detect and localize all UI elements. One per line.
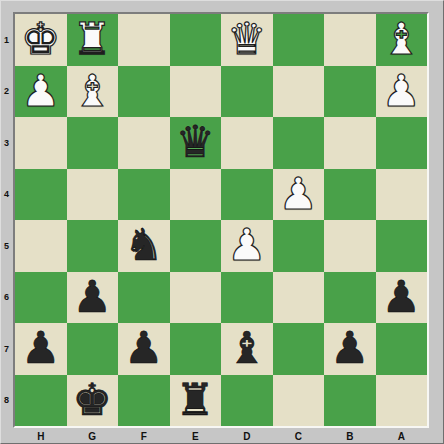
piece-black-bishop-d7[interactable]: ♝ [227,323,266,374]
square-b1[interactable] [324,14,376,66]
piece-white-pawn-a2[interactable]: ♟ [382,66,421,117]
square-h7[interactable]: ♟ [15,323,67,375]
square-e2[interactable] [170,66,222,118]
square-h6[interactable] [15,272,67,324]
rank-label-7: 7 [0,323,13,375]
square-h4[interactable] [15,169,67,221]
square-g3[interactable] [67,117,119,169]
square-f1[interactable] [118,14,170,66]
square-d2[interactable] [221,66,273,118]
square-e6[interactable] [170,272,222,324]
square-e3[interactable]: ♛ [170,117,222,169]
square-a8[interactable] [376,375,428,427]
square-h3[interactable] [15,117,67,169]
piece-black-rook-e8[interactable]: ♜ [176,375,215,426]
square-g1[interactable]: ♜ [67,14,119,66]
square-c7[interactable] [273,323,325,375]
piece-white-bishop-a1[interactable]: ♝ [382,14,421,65]
rank-label-6: 6 [0,272,13,324]
rank-label-8: 8 [0,375,13,427]
piece-black-pawn-f7[interactable]: ♟ [124,323,163,374]
square-d4[interactable] [221,169,273,221]
square-f6[interactable] [118,272,170,324]
square-a7[interactable] [376,323,428,375]
square-h8[interactable] [15,375,67,427]
piece-white-pawn-c4[interactable]: ♟ [279,169,318,220]
board-bevel: ♚♜♛♝♟♝♟♛♟♞♟♟♟♟♟♝♟♚♜ [13,12,429,428]
square-b6[interactable] [324,272,376,324]
square-b5[interactable] [324,220,376,272]
piece-black-pawn-h7[interactable]: ♟ [21,323,60,374]
square-h1[interactable]: ♚ [15,14,67,66]
file-label-a: A [376,429,428,444]
square-a2[interactable]: ♟ [376,66,428,118]
rank-label-1: 1 [0,14,13,66]
square-a4[interactable] [376,169,428,221]
square-c3[interactable] [273,117,325,169]
square-f7[interactable]: ♟ [118,323,170,375]
square-c8[interactable] [273,375,325,427]
square-a6[interactable]: ♟ [376,272,428,324]
piece-white-queen-d1[interactable]: ♛ [227,14,266,65]
rank-label-3: 3 [0,117,13,169]
square-d5[interactable]: ♟ [221,220,273,272]
square-d1[interactable]: ♛ [221,14,273,66]
piece-black-king-g8[interactable]: ♚ [73,375,112,426]
square-g5[interactable] [67,220,119,272]
square-b2[interactable] [324,66,376,118]
square-f3[interactable] [118,117,170,169]
square-g8[interactable]: ♚ [67,375,119,427]
square-b8[interactable] [324,375,376,427]
square-h2[interactable]: ♟ [15,66,67,118]
file-label-c: C [273,429,325,444]
square-f4[interactable] [118,169,170,221]
square-c5[interactable] [273,220,325,272]
piece-black-pawn-b7[interactable]: ♟ [330,323,369,374]
piece-black-pawn-g6[interactable]: ♟ [73,272,112,323]
rank-label-4: 4 [0,169,13,221]
square-c6[interactable] [273,272,325,324]
file-label-e: E [170,429,222,444]
square-e1[interactable] [170,14,222,66]
chess-diagram: 12345678 ♚♜♛♝♟♝♟♛♟♞♟♟♟♟♟♝♟♚♜ HGFEDCBA [0,0,444,444]
file-label-b: B [324,429,376,444]
square-e8[interactable]: ♜ [170,375,222,427]
file-labels: HGFEDCBA [15,429,427,444]
piece-white-bishop-g2[interactable]: ♝ [73,66,112,117]
square-b3[interactable] [324,117,376,169]
file-label-g: G [67,429,119,444]
square-c1[interactable] [273,14,325,66]
piece-white-pawn-h2[interactable]: ♟ [21,66,60,117]
chess-board: ♚♜♛♝♟♝♟♛♟♞♟♟♟♟♟♝♟♚♜ [15,14,427,426]
square-g2[interactable]: ♝ [67,66,119,118]
square-d7[interactable]: ♝ [221,323,273,375]
square-f8[interactable] [118,375,170,427]
square-b7[interactable]: ♟ [324,323,376,375]
square-a3[interactable] [376,117,428,169]
square-h5[interactable] [15,220,67,272]
piece-white-king-h1[interactable]: ♚ [21,14,60,65]
piece-white-pawn-d5[interactable]: ♟ [227,220,266,271]
file-label-d: D [221,429,273,444]
square-f5[interactable]: ♞ [118,220,170,272]
rank-label-2: 2 [0,66,13,118]
square-e4[interactable] [170,169,222,221]
square-b4[interactable] [324,169,376,221]
square-g7[interactable] [67,323,119,375]
square-d8[interactable] [221,375,273,427]
square-c4[interactable]: ♟ [273,169,325,221]
file-label-f: F [118,429,170,444]
square-c2[interactable] [273,66,325,118]
square-e7[interactable] [170,323,222,375]
square-e5[interactable] [170,220,222,272]
piece-black-queen-e3[interactable]: ♛ [176,117,215,168]
piece-white-rook-g1[interactable]: ♜ [73,14,112,65]
piece-black-pawn-a6[interactable]: ♟ [382,272,421,323]
square-d3[interactable] [221,117,273,169]
rank-label-5: 5 [0,220,13,272]
piece-black-knight-f5[interactable]: ♞ [124,220,163,271]
square-f2[interactable] [118,66,170,118]
file-label-h: H [15,429,67,444]
square-a5[interactable] [376,220,428,272]
square-d6[interactable] [221,272,273,324]
rank-labels: 12345678 [0,14,13,426]
square-g6[interactable]: ♟ [67,272,119,324]
square-a1[interactable]: ♝ [376,14,428,66]
square-g4[interactable] [67,169,119,221]
